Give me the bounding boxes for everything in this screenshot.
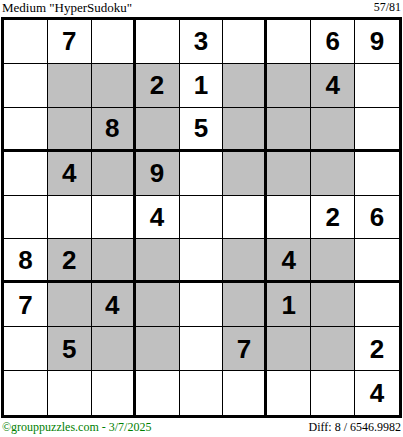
cell-r7c5[interactable] bbox=[180, 283, 224, 327]
cell-r7c1[interactable]: 7 bbox=[4, 283, 48, 327]
cell-r8c8[interactable] bbox=[311, 327, 355, 371]
cell-r5c8[interactable]: 2 bbox=[311, 196, 355, 240]
cell-r1c7[interactable] bbox=[267, 20, 311, 64]
cell-r8c1[interactable] bbox=[4, 327, 48, 371]
cell-r9c7[interactable] bbox=[267, 371, 311, 415]
cell-r9c9[interactable]: 4 bbox=[355, 371, 399, 415]
cell-r2c4[interactable]: 2 bbox=[136, 64, 180, 108]
cell-r8c7[interactable] bbox=[267, 327, 311, 371]
cell-r3c4[interactable] bbox=[136, 108, 180, 152]
cell-r9c2[interactable] bbox=[48, 371, 92, 415]
cell-r2c6[interactable] bbox=[223, 64, 267, 108]
cell-r1c4[interactable] bbox=[136, 20, 180, 64]
cell-r4c7[interactable] bbox=[267, 152, 311, 196]
footer: ©grouppuzzles.com - 3/7/2025 Diff: 8 / 6… bbox=[2, 420, 401, 435]
sudoku-board: 736921485494268247415724 bbox=[1, 17, 402, 418]
cell-r1c3[interactable] bbox=[92, 20, 136, 64]
cell-r4c4[interactable]: 9 bbox=[136, 152, 180, 196]
cell-r8c2[interactable]: 5 bbox=[48, 327, 92, 371]
cell-r1c6[interactable] bbox=[223, 20, 267, 64]
copyright-text: ©grouppuzzles.com - 3/7/2025 bbox=[2, 420, 151, 435]
cell-r3c2[interactable] bbox=[48, 108, 92, 152]
cell-r3c1[interactable] bbox=[4, 108, 48, 152]
cell-r1c5[interactable]: 3 bbox=[180, 20, 224, 64]
cell-r6c8[interactable] bbox=[311, 239, 355, 283]
cell-r6c9[interactable] bbox=[355, 239, 399, 283]
cell-r9c1[interactable] bbox=[4, 371, 48, 415]
cell-r8c6[interactable]: 7 bbox=[223, 327, 267, 371]
cell-r6c6[interactable] bbox=[223, 239, 267, 283]
cell-r7c9[interactable] bbox=[355, 283, 399, 327]
header: Medium "HyperSudoku" 57/81 bbox=[2, 0, 401, 16]
cell-r7c6[interactable] bbox=[223, 283, 267, 327]
cell-r7c8[interactable] bbox=[311, 283, 355, 327]
cell-r5c5[interactable] bbox=[180, 196, 224, 240]
cell-r2c3[interactable] bbox=[92, 64, 136, 108]
cell-r5c3[interactable] bbox=[92, 196, 136, 240]
cell-r1c9[interactable]: 9 bbox=[355, 20, 399, 64]
cell-r2c2[interactable] bbox=[48, 64, 92, 108]
cell-r3c9[interactable] bbox=[355, 108, 399, 152]
cell-r6c5[interactable] bbox=[180, 239, 224, 283]
cell-r4c1[interactable] bbox=[4, 152, 48, 196]
cell-r7c7[interactable]: 1 bbox=[267, 283, 311, 327]
cell-r3c7[interactable] bbox=[267, 108, 311, 152]
cell-r2c8[interactable]: 4 bbox=[311, 64, 355, 108]
cell-r5c6[interactable] bbox=[223, 196, 267, 240]
cell-r6c1[interactable]: 8 bbox=[4, 239, 48, 283]
cell-r4c8[interactable] bbox=[311, 152, 355, 196]
cell-r7c3[interactable]: 4 bbox=[92, 283, 136, 327]
cell-r9c5[interactable] bbox=[180, 371, 224, 415]
cell-r6c4[interactable] bbox=[136, 239, 180, 283]
cell-r3c8[interactable] bbox=[311, 108, 355, 152]
cell-r4c6[interactable] bbox=[223, 152, 267, 196]
cell-r9c8[interactable] bbox=[311, 371, 355, 415]
cell-r1c2[interactable]: 7 bbox=[48, 20, 92, 64]
cell-r7c4[interactable] bbox=[136, 283, 180, 327]
cell-r5c7[interactable] bbox=[267, 196, 311, 240]
cell-r1c1[interactable] bbox=[4, 20, 48, 64]
cell-r5c4[interactable]: 4 bbox=[136, 196, 180, 240]
cell-r2c5[interactable]: 1 bbox=[180, 64, 224, 108]
remaining-cells-counter: 57/81 bbox=[374, 0, 401, 15]
cell-r8c3[interactable] bbox=[92, 327, 136, 371]
cell-r8c4[interactable] bbox=[136, 327, 180, 371]
cell-r2c7[interactable] bbox=[267, 64, 311, 108]
cell-r5c9[interactable]: 6 bbox=[355, 196, 399, 240]
cell-r9c6[interactable] bbox=[223, 371, 267, 415]
cell-r3c3[interactable]: 8 bbox=[92, 108, 136, 152]
cell-r9c4[interactable] bbox=[136, 371, 180, 415]
cell-r6c2[interactable]: 2 bbox=[48, 239, 92, 283]
cell-r3c5[interactable]: 5 bbox=[180, 108, 224, 152]
difficulty-text: Diff: 8 / 6546.9982 bbox=[309, 420, 401, 435]
page-title: Medium "HyperSudoku" bbox=[2, 0, 132, 16]
cell-r3c6[interactable] bbox=[223, 108, 267, 152]
cell-r4c2[interactable]: 4 bbox=[48, 152, 92, 196]
cell-r4c5[interactable] bbox=[180, 152, 224, 196]
cell-r8c5[interactable] bbox=[180, 327, 224, 371]
cell-r6c7[interactable]: 4 bbox=[267, 239, 311, 283]
cell-r2c1[interactable] bbox=[4, 64, 48, 108]
cell-r6c3[interactable] bbox=[92, 239, 136, 283]
cell-r5c2[interactable] bbox=[48, 196, 92, 240]
cell-r4c3[interactable] bbox=[92, 152, 136, 196]
cell-r1c8[interactable]: 6 bbox=[311, 20, 355, 64]
cell-r9c3[interactable] bbox=[92, 371, 136, 415]
cell-r4c9[interactable] bbox=[355, 152, 399, 196]
cell-r2c9[interactable] bbox=[355, 64, 399, 108]
cell-r7c2[interactable] bbox=[48, 283, 92, 327]
cell-r8c9[interactable]: 2 bbox=[355, 327, 399, 371]
cell-r5c1[interactable] bbox=[4, 196, 48, 240]
